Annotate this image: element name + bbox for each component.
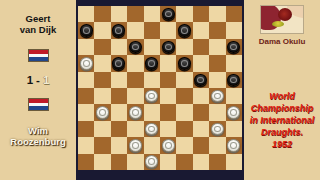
board-cell[interactable] bbox=[111, 88, 127, 104]
board-cell bbox=[111, 6, 127, 22]
board-cell bbox=[160, 55, 176, 71]
board-cell bbox=[176, 39, 192, 55]
board-cell[interactable] bbox=[127, 39, 143, 55]
white-man[interactable] bbox=[129, 106, 142, 119]
board-cell[interactable] bbox=[78, 154, 94, 170]
board-cell bbox=[226, 121, 242, 137]
board-cell bbox=[78, 137, 94, 153]
board-cell[interactable] bbox=[209, 22, 225, 38]
board-cell[interactable] bbox=[144, 22, 160, 38]
board-cell[interactable] bbox=[94, 137, 110, 153]
board-cell[interactable] bbox=[193, 39, 209, 55]
board-cell[interactable] bbox=[176, 88, 192, 104]
board-cell[interactable] bbox=[209, 88, 225, 104]
white-man[interactable] bbox=[145, 155, 158, 168]
dama-okulu-logo bbox=[260, 5, 304, 34]
board-cell[interactable] bbox=[226, 137, 242, 153]
match-score: 1 - 1 bbox=[27, 74, 50, 86]
board-cell bbox=[160, 22, 176, 38]
board-cell bbox=[78, 104, 94, 120]
board-cell[interactable] bbox=[78, 121, 94, 137]
board-cell[interactable] bbox=[160, 104, 176, 120]
board-cell[interactable] bbox=[127, 72, 143, 88]
board-cell bbox=[193, 55, 209, 71]
board-cell bbox=[144, 6, 160, 22]
board-cell bbox=[78, 6, 94, 22]
black-man[interactable] bbox=[194, 74, 207, 87]
board-cell[interactable] bbox=[209, 55, 225, 71]
logo-rose-icon bbox=[278, 8, 292, 21]
event-title-line5: 1952 bbox=[250, 138, 315, 150]
bottom-player-name-line2: Roozenburg bbox=[10, 136, 65, 147]
board-cell bbox=[209, 137, 225, 153]
board-cell[interactable] bbox=[226, 6, 242, 22]
board-cell bbox=[111, 72, 127, 88]
top-player-name-line2: van Dijk bbox=[20, 24, 56, 35]
board-cell bbox=[226, 154, 242, 170]
black-man[interactable] bbox=[162, 8, 175, 21]
white-man[interactable] bbox=[227, 106, 240, 119]
board-cell bbox=[127, 88, 143, 104]
white-man[interactable] bbox=[211, 90, 224, 103]
board-cell bbox=[160, 88, 176, 104]
flag-blue-stripe bbox=[29, 106, 48, 110]
board-cell bbox=[127, 121, 143, 137]
bottom-player-name: Wim Roozenburg bbox=[10, 125, 65, 147]
right-info-panel: Dama Okulu World Championship in Interna… bbox=[244, 0, 320, 180]
board-cell bbox=[78, 72, 94, 88]
board-cell[interactable] bbox=[144, 121, 160, 137]
bottom-player-name-line1: Wim bbox=[10, 125, 65, 136]
white-man[interactable] bbox=[227, 139, 240, 152]
board-cell bbox=[111, 104, 127, 120]
event-title-line1: World bbox=[250, 90, 315, 102]
score-separator: - bbox=[36, 74, 40, 86]
board-cell[interactable] bbox=[127, 137, 143, 153]
board-cell[interactable] bbox=[94, 104, 110, 120]
board-cell bbox=[193, 22, 209, 38]
board-cell[interactable] bbox=[160, 72, 176, 88]
board-cell bbox=[209, 6, 225, 22]
board-cell[interactable] bbox=[209, 121, 225, 137]
board-cell[interactable] bbox=[160, 6, 176, 22]
board-cell[interactable] bbox=[94, 39, 110, 55]
board-cell bbox=[144, 72, 160, 88]
board-cell bbox=[144, 137, 160, 153]
board-cell bbox=[176, 72, 192, 88]
board-cell bbox=[176, 137, 192, 153]
board-cell bbox=[209, 72, 225, 88]
board-cell bbox=[94, 88, 110, 104]
board-cell bbox=[226, 55, 242, 71]
board-cell[interactable] bbox=[144, 88, 160, 104]
board-cell bbox=[176, 104, 192, 120]
board-cell bbox=[144, 104, 160, 120]
logo-caption: Dama Okulu bbox=[259, 37, 306, 46]
white-man[interactable] bbox=[129, 139, 142, 152]
black-man[interactable] bbox=[129, 41, 142, 54]
board-cell bbox=[127, 154, 143, 170]
board-cell[interactable] bbox=[176, 154, 192, 170]
board-frame bbox=[76, 0, 244, 180]
white-man[interactable] bbox=[162, 139, 175, 152]
board-cell bbox=[111, 137, 127, 153]
board-cell bbox=[193, 121, 209, 137]
board-cell bbox=[226, 88, 242, 104]
board-cell[interactable] bbox=[226, 104, 242, 120]
black-man[interactable] bbox=[112, 24, 125, 37]
event-title-line2: Championship bbox=[250, 102, 315, 114]
board-cell[interactable] bbox=[176, 121, 192, 137]
netherlands-flag-bottom bbox=[28, 98, 49, 111]
white-man[interactable] bbox=[211, 123, 224, 136]
board-cell[interactable] bbox=[144, 154, 160, 170]
board-cell[interactable] bbox=[226, 39, 242, 55]
score-right: 1 bbox=[43, 74, 49, 86]
board-cell[interactable] bbox=[78, 22, 94, 38]
board-cell[interactable] bbox=[193, 137, 209, 153]
event-title-line4: Draughts. bbox=[250, 126, 315, 138]
board-cell[interactable] bbox=[127, 6, 143, 22]
board-cell[interactable] bbox=[78, 55, 94, 71]
black-man[interactable] bbox=[178, 24, 191, 37]
board bbox=[78, 6, 242, 170]
board-cell bbox=[160, 154, 176, 170]
white-man[interactable] bbox=[145, 123, 158, 136]
board-cell bbox=[144, 39, 160, 55]
board-cell bbox=[127, 55, 143, 71]
board-cell[interactable] bbox=[144, 55, 160, 71]
board-cell bbox=[209, 39, 225, 55]
score-left: 1 bbox=[27, 74, 33, 86]
event-title-line3: in International bbox=[250, 114, 315, 126]
black-man[interactable] bbox=[112, 57, 125, 70]
board-cell[interactable] bbox=[193, 104, 209, 120]
board-cell[interactable] bbox=[94, 6, 110, 22]
logo-draughts-piece-icon bbox=[272, 21, 284, 27]
black-man[interactable] bbox=[80, 24, 93, 37]
board-cell bbox=[209, 104, 225, 120]
white-man[interactable] bbox=[80, 57, 93, 70]
white-man[interactable] bbox=[96, 106, 109, 119]
board-cell[interactable] bbox=[127, 104, 143, 120]
black-man[interactable] bbox=[227, 41, 240, 54]
board-cell bbox=[78, 39, 94, 55]
board-cell bbox=[226, 22, 242, 38]
app-window: Geert van Dijk 1 - 1 Wim Roozenburg bbox=[0, 0, 320, 180]
board-cell bbox=[127, 22, 143, 38]
top-player-name: Geert van Dijk bbox=[20, 13, 56, 35]
board-cell bbox=[111, 39, 127, 55]
board-cell[interactable] bbox=[111, 55, 127, 71]
board-cell[interactable] bbox=[226, 72, 242, 88]
board-cell[interactable] bbox=[193, 6, 209, 22]
white-man[interactable] bbox=[145, 90, 158, 103]
board-cell[interactable] bbox=[111, 22, 127, 38]
board-cell bbox=[193, 88, 209, 104]
board-cell[interactable] bbox=[94, 72, 110, 88]
board-cell[interactable] bbox=[111, 121, 127, 137]
board-cell[interactable] bbox=[160, 39, 176, 55]
netherlands-flag-top bbox=[28, 49, 49, 62]
board-cell[interactable] bbox=[78, 88, 94, 104]
top-player-name-line1: Geert bbox=[20, 13, 56, 24]
black-man[interactable] bbox=[162, 41, 175, 54]
flag-blue-stripe bbox=[29, 57, 48, 61]
black-man[interactable] bbox=[227, 74, 240, 87]
board-cell bbox=[160, 121, 176, 137]
board-cell[interactable] bbox=[176, 22, 192, 38]
board-cell bbox=[94, 154, 110, 170]
board-cell bbox=[176, 6, 192, 22]
left-player-panel: Geert van Dijk 1 - 1 Wim Roozenburg bbox=[0, 0, 76, 180]
black-man[interactable] bbox=[145, 57, 158, 70]
board-cell[interactable] bbox=[160, 137, 176, 153]
board-cell bbox=[94, 22, 110, 38]
board-cell[interactable] bbox=[176, 55, 192, 71]
board-cell[interactable] bbox=[209, 154, 225, 170]
black-man[interactable] bbox=[178, 57, 191, 70]
event-title: World Championship in International Drau… bbox=[250, 90, 315, 150]
board-cell bbox=[193, 154, 209, 170]
board-cell bbox=[94, 55, 110, 71]
board-cell[interactable] bbox=[193, 72, 209, 88]
board-cell bbox=[94, 121, 110, 137]
board-cell[interactable] bbox=[111, 154, 127, 170]
